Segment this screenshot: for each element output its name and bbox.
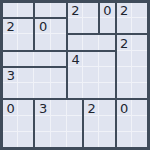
room: 0 <box>116 99 148 148</box>
room <box>2 2 34 18</box>
room-clue: 2 <box>3 19 18 34</box>
room-clue: 2 <box>68 3 83 18</box>
room: 2 <box>2 18 34 50</box>
room <box>67 34 116 50</box>
room: 0 <box>2 99 34 148</box>
room <box>34 2 66 18</box>
room: 2 <box>116 2 148 34</box>
room <box>2 51 67 67</box>
room-clue: 2 <box>117 35 132 51</box>
room: 4 <box>67 51 116 100</box>
room: 2 <box>67 2 99 34</box>
room-clue: 0 <box>3 100 18 116</box>
room-clue: 4 <box>68 52 84 68</box>
room: 2 <box>83 99 115 148</box>
room-clue: 3 <box>3 68 19 83</box>
room: 3 <box>2 67 67 99</box>
room: 2 <box>116 34 148 99</box>
room: 0 <box>34 18 66 50</box>
room-clue: 2 <box>84 100 99 116</box>
room: 3 <box>34 99 83 148</box>
room: 0 <box>99 2 115 34</box>
room-clue: 2 <box>117 3 132 18</box>
room-overlay: 202202430320 <box>2 2 148 148</box>
room-clue: 0 <box>35 19 50 34</box>
room-clue: 3 <box>35 100 51 116</box>
room-clue: 0 <box>117 100 132 116</box>
heyawake-board[interactable]: 202202430320 <box>0 0 150 150</box>
room-clue: 0 <box>100 3 114 18</box>
